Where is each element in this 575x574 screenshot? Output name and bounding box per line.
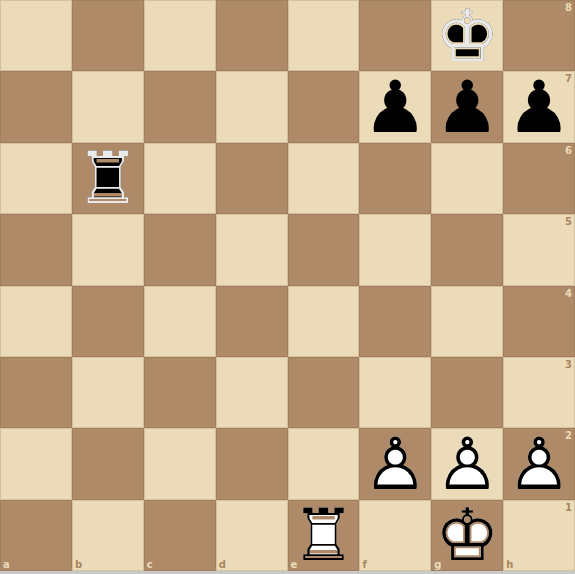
square-h1[interactable]: 1h <box>503 500 575 571</box>
chess-board: ♚♔8♟♟7♟♜♖6543♟♙♟♙2♟♙abcde♜♖fg♚♔1h <box>0 0 575 571</box>
square-f2[interactable]: ♟♙ <box>359 428 431 499</box>
file-label-f: f <box>362 559 366 570</box>
piece-white-rook[interactable]: ♜♖ <box>288 500 360 571</box>
piece-white-pawn[interactable]: ♟♙ <box>431 428 503 499</box>
square-h8[interactable]: 8 <box>503 0 575 71</box>
square-c2[interactable] <box>144 428 216 499</box>
rank-label-1: 1 <box>565 502 572 513</box>
file-label-b: b <box>75 559 82 570</box>
square-g2[interactable]: ♟♙ <box>431 428 503 499</box>
square-b1[interactable]: b <box>72 500 144 571</box>
square-b4[interactable] <box>72 286 144 357</box>
rank-label-6: 6 <box>565 145 572 156</box>
file-label-c: c <box>147 559 153 570</box>
rank-label-4: 4 <box>565 288 572 299</box>
square-a8[interactable] <box>0 0 72 71</box>
square-g6[interactable] <box>431 143 503 214</box>
square-c4[interactable] <box>144 286 216 357</box>
rank-label-8: 8 <box>565 2 572 13</box>
square-a2[interactable] <box>0 428 72 499</box>
square-c6[interactable] <box>144 143 216 214</box>
square-d8[interactable] <box>216 0 288 71</box>
chess-app-window: ♚♔8♟♟7♟♜♖6543♟♙♟♙2♟♙abcde♜♖fg♚♔1h <box>0 0 575 574</box>
square-g7[interactable]: ♟ <box>431 71 503 142</box>
square-e1[interactable]: e♜♖ <box>288 500 360 571</box>
square-d5[interactable] <box>216 214 288 285</box>
square-f4[interactable] <box>359 286 431 357</box>
square-b3[interactable] <box>72 357 144 428</box>
square-d7[interactable] <box>216 71 288 142</box>
square-h5[interactable]: 5 <box>503 214 575 285</box>
square-f1[interactable]: f <box>359 500 431 571</box>
square-b2[interactable] <box>72 428 144 499</box>
square-f6[interactable] <box>359 143 431 214</box>
square-a1[interactable]: a <box>0 500 72 571</box>
square-b8[interactable] <box>72 0 144 71</box>
square-f8[interactable] <box>359 0 431 71</box>
square-e4[interactable] <box>288 286 360 357</box>
square-c7[interactable] <box>144 71 216 142</box>
square-h3[interactable]: 3 <box>503 357 575 428</box>
square-c1[interactable]: c <box>144 500 216 571</box>
square-a4[interactable] <box>0 286 72 357</box>
square-f7[interactable]: ♟ <box>359 71 431 142</box>
square-f5[interactable] <box>359 214 431 285</box>
square-e7[interactable] <box>288 71 360 142</box>
square-d3[interactable] <box>216 357 288 428</box>
square-b5[interactable] <box>72 214 144 285</box>
piece-white-pawn[interactable]: ♟♙ <box>359 428 431 499</box>
square-c5[interactable] <box>144 214 216 285</box>
square-e8[interactable] <box>288 0 360 71</box>
square-a7[interactable] <box>0 71 72 142</box>
square-h7[interactable]: 7♟ <box>503 71 575 142</box>
square-b7[interactable] <box>72 71 144 142</box>
square-d1[interactable]: d <box>216 500 288 571</box>
piece-black-king[interactable]: ♚♔ <box>431 0 503 71</box>
square-a5[interactable] <box>0 214 72 285</box>
square-f3[interactable] <box>359 357 431 428</box>
square-e2[interactable] <box>288 428 360 499</box>
square-b6[interactable]: ♜♖ <box>72 143 144 214</box>
piece-black-pawn[interactable]: ♟ <box>431 71 503 142</box>
square-e3[interactable] <box>288 357 360 428</box>
square-g8[interactable]: ♚♔ <box>431 0 503 71</box>
square-d6[interactable] <box>216 143 288 214</box>
piece-black-pawn[interactable]: ♟ <box>359 71 431 142</box>
square-g5[interactable] <box>431 214 503 285</box>
square-e6[interactable] <box>288 143 360 214</box>
piece-black-pawn[interactable]: ♟ <box>503 71 575 142</box>
file-label-h: h <box>506 559 513 570</box>
rank-label-5: 5 <box>565 216 572 227</box>
square-g3[interactable] <box>431 357 503 428</box>
square-g4[interactable] <box>431 286 503 357</box>
file-label-d: d <box>219 559 226 570</box>
piece-white-pawn[interactable]: ♟♙ <box>503 428 575 499</box>
rank-label-3: 3 <box>565 359 572 370</box>
square-g1[interactable]: g♚♔ <box>431 500 503 571</box>
square-c8[interactable] <box>144 0 216 71</box>
file-label-a: a <box>3 559 10 570</box>
square-h6[interactable]: 6 <box>503 143 575 214</box>
piece-white-king[interactable]: ♚♔ <box>431 500 503 571</box>
square-d2[interactable] <box>216 428 288 499</box>
piece-black-rook[interactable]: ♜♖ <box>72 143 144 214</box>
square-c3[interactable] <box>144 357 216 428</box>
square-h4[interactable]: 4 <box>503 286 575 357</box>
square-h2[interactable]: 2♟♙ <box>503 428 575 499</box>
square-e5[interactable] <box>288 214 360 285</box>
square-a6[interactable] <box>0 143 72 214</box>
square-a3[interactable] <box>0 357 72 428</box>
square-d4[interactable] <box>216 286 288 357</box>
